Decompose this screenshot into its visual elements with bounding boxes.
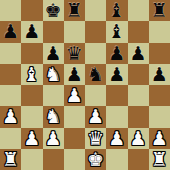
white-pawn[interactable]: ♟ (45, 128, 62, 147)
black-pawn[interactable]: ♟ (2, 22, 19, 41)
square-f6[interactable]: ♟ (106, 43, 127, 64)
square-h6[interactable] (149, 43, 170, 64)
white-rook[interactable]: ♜ (2, 149, 19, 168)
square-f4[interactable] (106, 85, 127, 106)
black-pawn[interactable]: ♟ (108, 64, 125, 83)
black-pawn[interactable]: ♟ (23, 22, 40, 41)
white-knight[interactable]: ♞ (45, 64, 62, 83)
square-b6[interactable] (21, 43, 42, 64)
square-c4[interactable] (43, 85, 64, 106)
chess-board[interactable]: ♚♜♝♜♟♟♝♟♛♟♟♝♞♟♞♟♟♟♟♞♟♟♟♛♟♟♟♜♚♜ (0, 0, 170, 170)
square-b2[interactable]: ♟ (21, 128, 42, 149)
square-d8[interactable]: ♜ (64, 0, 85, 21)
white-bishop[interactable]: ♝ (23, 64, 40, 83)
square-a1[interactable]: ♜ (0, 149, 21, 170)
square-g8[interactable] (128, 0, 149, 21)
square-f2[interactable]: ♟ (106, 128, 127, 149)
square-g6[interactable]: ♟ (128, 43, 149, 64)
white-pawn[interactable]: ♟ (130, 128, 147, 147)
black-pawn[interactable]: ♟ (45, 43, 62, 62)
white-pawn[interactable]: ♟ (2, 107, 19, 126)
square-c7[interactable] (43, 21, 64, 42)
square-g1[interactable] (128, 149, 149, 170)
square-b8[interactable] (21, 0, 42, 21)
square-g4[interactable] (128, 85, 149, 106)
square-a4[interactable] (0, 85, 21, 106)
square-a2[interactable] (0, 128, 21, 149)
square-e6[interactable] (85, 43, 106, 64)
square-e5[interactable]: ♞ (85, 64, 106, 85)
black-bishop[interactable]: ♝ (108, 1, 125, 20)
white-pawn[interactable]: ♟ (108, 128, 125, 147)
square-e2[interactable]: ♛ (85, 128, 106, 149)
square-b3[interactable] (21, 106, 42, 127)
black-pawn[interactable]: ♟ (130, 43, 147, 62)
square-d1[interactable] (64, 149, 85, 170)
square-f1[interactable] (106, 149, 127, 170)
square-c5[interactable]: ♞ (43, 64, 64, 85)
black-rook[interactable]: ♜ (66, 1, 83, 20)
square-h3[interactable] (149, 106, 170, 127)
square-g7[interactable] (128, 21, 149, 42)
square-e3[interactable]: ♟ (85, 106, 106, 127)
black-knight[interactable]: ♞ (87, 64, 104, 83)
square-c8[interactable]: ♚ (43, 0, 64, 21)
square-e4[interactable] (85, 85, 106, 106)
square-h1[interactable]: ♜ (149, 149, 170, 170)
square-a7[interactable]: ♟ (0, 21, 21, 42)
square-e8[interactable] (85, 0, 106, 21)
square-b1[interactable] (21, 149, 42, 170)
white-pawn[interactable]: ♟ (151, 128, 168, 147)
black-pawn[interactable]: ♟ (108, 43, 125, 62)
square-f7[interactable]: ♝ (106, 21, 127, 42)
square-a3[interactable]: ♟ (0, 106, 21, 127)
square-a6[interactable] (0, 43, 21, 64)
white-rook[interactable]: ♜ (151, 149, 168, 168)
black-rook[interactable]: ♜ (151, 1, 168, 20)
square-d4[interactable]: ♟ (64, 85, 85, 106)
black-queen[interactable]: ♛ (66, 43, 83, 62)
square-c2[interactable]: ♟ (43, 128, 64, 149)
square-d7[interactable] (64, 21, 85, 42)
square-h4[interactable] (149, 85, 170, 106)
white-pawn[interactable]: ♟ (23, 128, 40, 147)
square-f5[interactable]: ♟ (106, 64, 127, 85)
square-a8[interactable] (0, 0, 21, 21)
square-g3[interactable] (128, 106, 149, 127)
square-h8[interactable]: ♜ (149, 0, 170, 21)
square-g5[interactable] (128, 64, 149, 85)
square-f8[interactable]: ♝ (106, 0, 127, 21)
square-c1[interactable] (43, 149, 64, 170)
square-e7[interactable] (85, 21, 106, 42)
square-d3[interactable] (64, 106, 85, 127)
square-d2[interactable] (64, 128, 85, 149)
black-pawn[interactable]: ♟ (66, 64, 83, 83)
square-h5[interactable]: ♟ (149, 64, 170, 85)
square-h2[interactable]: ♟ (149, 128, 170, 149)
square-b7[interactable]: ♟ (21, 21, 42, 42)
square-d6[interactable]: ♛ (64, 43, 85, 64)
square-f3[interactable] (106, 106, 127, 127)
square-a5[interactable] (0, 64, 21, 85)
white-pawn[interactable]: ♟ (87, 107, 104, 126)
square-g2[interactable]: ♟ (128, 128, 149, 149)
square-c6[interactable]: ♟ (43, 43, 64, 64)
black-pawn[interactable]: ♟ (151, 64, 168, 83)
square-h7[interactable] (149, 21, 170, 42)
square-b4[interactable] (21, 85, 42, 106)
white-king[interactable]: ♚ (87, 149, 104, 168)
white-knight[interactable]: ♞ (45, 107, 62, 126)
square-e1[interactable]: ♚ (85, 149, 106, 170)
square-d5[interactable]: ♟ (64, 64, 85, 85)
square-c3[interactable]: ♞ (43, 106, 64, 127)
white-queen[interactable]: ♛ (87, 128, 104, 147)
black-bishop[interactable]: ♝ (108, 22, 125, 41)
black-king[interactable]: ♚ (45, 1, 62, 20)
white-pawn[interactable]: ♟ (66, 86, 83, 105)
square-b5[interactable]: ♝ (21, 64, 42, 85)
